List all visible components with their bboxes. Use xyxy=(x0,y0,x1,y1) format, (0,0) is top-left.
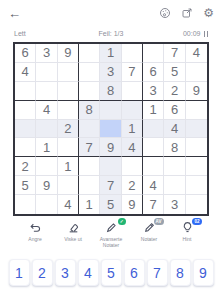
cell-r3c6[interactable] xyxy=(122,82,143,101)
back-button[interactable]: ← xyxy=(8,7,21,20)
cell-r7c4[interactable] xyxy=(79,157,100,176)
cell-r9c4[interactable]: 1 xyxy=(79,195,100,214)
cell-r6c8[interactable]: 8 xyxy=(164,138,185,157)
cell-r6c5[interactable]: 9 xyxy=(100,138,121,157)
numpad-9[interactable]: 9 xyxy=(193,259,214,286)
cell-r9c8[interactable]: 3 xyxy=(164,195,185,214)
top-bar: ← ⚙ xyxy=(0,0,222,24)
notes-button[interactable]: AV Notater xyxy=(130,221,168,248)
undo-button[interactable]: Angre xyxy=(16,221,54,248)
cell-r3c4[interactable] xyxy=(79,82,100,101)
erase-button[interactable]: Viske ut xyxy=(54,221,92,248)
cell-r3c1[interactable] xyxy=(15,82,36,101)
cell-r9c1[interactable] xyxy=(15,195,36,214)
cell-r5c7[interactable] xyxy=(143,120,164,139)
cell-r4c9[interactable] xyxy=(186,101,207,120)
cell-r8c8[interactable] xyxy=(164,176,185,195)
share-icon[interactable] xyxy=(181,7,193,19)
cell-r5c5[interactable] xyxy=(100,120,121,139)
cell-r5c6[interactable]: 1 xyxy=(122,120,143,139)
cell-r9c3[interactable]: 4 xyxy=(58,195,79,214)
cell-r4c3[interactable] xyxy=(58,101,79,120)
cell-r9c5[interactable]: 5 xyxy=(100,195,121,214)
cell-r6c7[interactable] xyxy=(143,138,164,157)
cell-r8c6[interactable]: 2 xyxy=(122,176,143,195)
cell-r2c1[interactable]: 4 xyxy=(15,63,36,82)
numpad: 123456789 xyxy=(0,259,222,286)
undo-label: Angre xyxy=(28,236,41,242)
palette-icon[interactable] xyxy=(159,7,171,19)
top-icons: ⚙ xyxy=(159,7,214,19)
cell-r1c7[interactable] xyxy=(143,44,164,63)
cell-r5c4[interactable] xyxy=(79,120,100,139)
cell-r7c2[interactable] xyxy=(36,157,57,176)
cell-r7c1[interactable]: 2 xyxy=(15,157,36,176)
mistakes-counter: Feil: 1/3 xyxy=(74,30,148,37)
cell-r3c8[interactable]: 2 xyxy=(164,82,185,101)
bulb-icon: 02 xyxy=(181,221,194,234)
numpad-2[interactable]: 2 xyxy=(32,259,53,286)
cell-r1c9[interactable]: 4 xyxy=(186,44,207,63)
cell-r5c9[interactable] xyxy=(186,120,207,139)
cell-r4c1[interactable] xyxy=(15,101,36,120)
cell-r2c8[interactable]: 5 xyxy=(164,63,185,82)
cell-r8c3[interactable] xyxy=(58,176,79,195)
cell-r2c2[interactable] xyxy=(36,63,57,82)
cell-r8c2[interactable]: 9 xyxy=(36,176,57,195)
cell-r6c6[interactable]: 4 xyxy=(122,138,143,157)
cell-r9c7[interactable]: 7 xyxy=(143,195,164,214)
cell-r5c2[interactable] xyxy=(36,120,57,139)
sudoku-app: ← ⚙ Lett Feil: 1/ xyxy=(0,0,222,296)
cell-r6c9[interactable] xyxy=(186,138,207,157)
toolbar: Angre Viske ut ✓ Avanserte Notater xyxy=(0,221,222,248)
cell-r7c3[interactable]: 1 xyxy=(58,157,79,176)
numpad-8[interactable]: 8 xyxy=(170,259,191,286)
pencil-icon: AV xyxy=(143,221,156,234)
cell-r2c5[interactable]: 3 xyxy=(100,63,121,82)
cell-r1c4[interactable] xyxy=(79,44,100,63)
advanced-notes-badge: ✓ xyxy=(118,218,126,225)
notes-label: Notater xyxy=(141,236,157,242)
cell-r1c8[interactable]: 7 xyxy=(164,44,185,63)
board: 6391744376583294816214179482159724415973 xyxy=(13,42,209,216)
undo-icon xyxy=(29,221,42,234)
cell-r5c3[interactable]: 2 xyxy=(58,120,79,139)
timer: 00:09 xyxy=(183,30,201,37)
cell-r9c6[interactable]: 9 xyxy=(122,195,143,214)
status-bar: Lett Feil: 1/3 00:09 xyxy=(0,26,222,41)
cell-r8c1[interactable]: 5 xyxy=(15,176,36,195)
cell-r7c5[interactable] xyxy=(100,157,121,176)
cell-r1c5[interactable]: 1 xyxy=(100,44,121,63)
cell-r3c7[interactable]: 3 xyxy=(143,82,164,101)
cell-r4c7[interactable]: 1 xyxy=(143,101,164,120)
cell-r4c2[interactable]: 4 xyxy=(36,101,57,120)
cell-r7c8[interactable] xyxy=(164,157,185,176)
cell-r8c5[interactable]: 7 xyxy=(100,176,121,195)
cell-r4c6[interactable] xyxy=(122,101,143,120)
cell-r1c6[interactable] xyxy=(122,44,143,63)
cell-r2c4[interactable] xyxy=(79,63,100,82)
pause-button[interactable] xyxy=(204,31,209,37)
cell-r4c5[interactable] xyxy=(100,101,121,120)
gear-icon[interactable]: ⚙ xyxy=(203,7,214,19)
cell-r9c2[interactable] xyxy=(36,195,57,214)
numpad-3[interactable]: 3 xyxy=(55,259,76,286)
difficulty-label: Lett xyxy=(14,30,74,37)
cell-r7c6[interactable] xyxy=(122,157,143,176)
cell-r9c9[interactable] xyxy=(186,195,207,214)
cell-r8c9[interactable] xyxy=(186,176,207,195)
notes-badge: AV xyxy=(154,218,164,225)
cell-r6c2[interactable]: 1 xyxy=(36,138,57,157)
numpad-5[interactable]: 5 xyxy=(101,259,122,286)
cell-r1c2[interactable]: 3 xyxy=(36,44,57,63)
cell-r5c8[interactable]: 4 xyxy=(164,120,185,139)
cell-r3c5[interactable]: 8 xyxy=(100,82,121,101)
cell-r6c3[interactable] xyxy=(58,138,79,157)
cell-r2c6[interactable]: 7 xyxy=(122,63,143,82)
cell-r2c7[interactable]: 6 xyxy=(143,63,164,82)
numpad-1[interactable]: 1 xyxy=(9,259,30,286)
cell-r7c7[interactable] xyxy=(143,157,164,176)
cell-r5c1[interactable] xyxy=(15,120,36,139)
cell-r6c1[interactable] xyxy=(15,138,36,157)
hint-badge: 02 xyxy=(192,218,201,225)
cell-r4c4[interactable]: 8 xyxy=(79,101,100,120)
pen-icon: ✓ xyxy=(105,221,118,234)
cell-r8c7[interactable]: 4 xyxy=(143,176,164,195)
cell-r2c9[interactable] xyxy=(186,63,207,82)
numpad-7[interactable]: 7 xyxy=(147,259,168,286)
cell-r8c4[interactable] xyxy=(79,176,100,195)
advanced-notes-button[interactable]: ✓ Avanserte Notater xyxy=(92,221,130,248)
cell-r3c9[interactable]: 9 xyxy=(186,82,207,101)
cell-r6c4[interactable]: 7 xyxy=(79,138,100,157)
cell-r4c8[interactable]: 6 xyxy=(164,101,185,120)
eraser-icon xyxy=(67,221,80,234)
cell-r3c3[interactable] xyxy=(58,82,79,101)
cell-r3c2[interactable] xyxy=(36,82,57,101)
numpad-6[interactable]: 6 xyxy=(124,259,145,286)
cell-r7c9[interactable] xyxy=(186,157,207,176)
hint-label: Hint xyxy=(183,236,192,242)
numpad-4[interactable]: 4 xyxy=(78,259,99,286)
hint-button[interactable]: 02 Hint xyxy=(168,221,206,248)
advanced-notes-label: Avanserte Notater xyxy=(92,236,130,248)
erase-label: Viske ut xyxy=(64,236,82,242)
cell-r2c3[interactable] xyxy=(58,63,79,82)
cell-r1c3[interactable]: 9 xyxy=(58,44,79,63)
cell-r1c1[interactable]: 6 xyxy=(15,44,36,63)
